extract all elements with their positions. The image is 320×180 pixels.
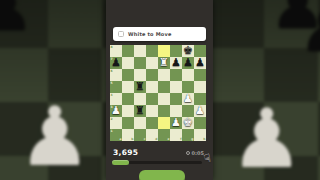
white-king[interactable]: ♚ <box>182 117 194 129</box>
square-h7[interactable]: ♟ <box>194 57 206 69</box>
square-d7[interactable] <box>146 57 158 69</box>
square-d2[interactable] <box>146 117 158 129</box>
square-e1[interactable]: e <box>158 129 170 141</box>
white-pawn[interactable]: ♟ <box>194 105 206 117</box>
square-b1[interactable]: b <box>122 129 134 141</box>
black-pawn[interactable]: ♟ <box>194 57 206 69</box>
hand-icon[interactable]: ☟ <box>203 152 212 164</box>
vertical-video-strip: White to Move 8♚7♟♜♟♟♟65♜4♟3♟♜♟2♟♚1abcde… <box>106 0 213 180</box>
square-c7[interactable] <box>134 57 146 69</box>
square-e6[interactable] <box>158 69 170 81</box>
square-b7[interactable] <box>122 57 134 69</box>
square-d4[interactable] <box>146 93 158 105</box>
square-f5[interactable] <box>170 81 182 93</box>
square-a6[interactable]: 6 <box>110 69 122 81</box>
square-a1[interactable]: 1a <box>110 129 122 141</box>
square-g1[interactable]: g <box>182 129 194 141</box>
square-a7[interactable]: 7♟ <box>110 57 122 69</box>
rank-label-1: 1 <box>111 130 113 133</box>
square-a2[interactable]: 2 <box>110 117 122 129</box>
square-h2[interactable] <box>194 117 206 129</box>
white-to-move-banner: White to Move <box>113 27 206 41</box>
background-black-piece-right-edge-icon: ♟ <box>298 0 320 62</box>
square-f4[interactable] <box>170 93 182 105</box>
square-a5[interactable]: 5 <box>110 81 122 93</box>
square-h5[interactable] <box>194 81 206 93</box>
square-c3[interactable]: ♜ <box>134 105 146 117</box>
square-h1[interactable]: h <box>194 129 206 141</box>
background-white-pawn-bottom-right-icon: ♟ <box>230 98 304 180</box>
square-g6[interactable] <box>182 69 194 81</box>
square-c1[interactable]: c <box>134 129 146 141</box>
rank-label-8: 8 <box>111 46 113 49</box>
black-pawn[interactable]: ♟ <box>182 57 194 69</box>
square-d5[interactable] <box>146 81 158 93</box>
progress-bar[interactable] <box>112 161 202 164</box>
square-f7[interactable]: ♟ <box>170 57 182 69</box>
square-b5[interactable] <box>122 81 134 93</box>
black-rook[interactable]: ♜ <box>134 81 146 93</box>
background-white-pawn-bottom-left-icon: ♟ <box>18 96 92 178</box>
clock-icon <box>186 151 190 155</box>
file-label-h: h <box>203 138 205 141</box>
square-b6[interactable] <box>122 69 134 81</box>
square-d8[interactable] <box>146 45 158 57</box>
square-e4[interactable] <box>158 93 170 105</box>
square-c5[interactable]: ♜ <box>134 81 146 93</box>
black-pawn[interactable]: ♟ <box>110 57 122 69</box>
square-d1[interactable]: d <box>146 129 158 141</box>
rank-label-2: 2 <box>111 118 113 121</box>
square-d3[interactable] <box>146 105 158 117</box>
square-f2[interactable]: ♟ <box>170 117 182 129</box>
square-e5[interactable] <box>158 81 170 93</box>
white-pawn[interactable]: ♟ <box>182 93 194 105</box>
square-g2[interactable]: ♚ <box>182 117 194 129</box>
rank-label-4: 4 <box>111 94 113 97</box>
square-g4[interactable]: ♟ <box>182 93 194 105</box>
background-black-pawn-top-left-icon: ♟ <box>0 0 34 40</box>
square-b2[interactable] <box>122 117 134 129</box>
rank-label-5: 5 <box>111 82 113 85</box>
black-pawn[interactable]: ♟ <box>170 57 182 69</box>
cta-button[interactable] <box>139 170 185 180</box>
square-d6[interactable] <box>146 69 158 81</box>
black-rook[interactable]: ♜ <box>134 105 146 117</box>
video-frame: ♟ ♟ ♟ ♟ ♟ White to Move 8♚7♟♜♟♟♟65♜4♟3♟♜… <box>0 0 320 180</box>
square-c8[interactable] <box>134 45 146 57</box>
score-value: 3,695 <box>113 148 138 157</box>
square-b3[interactable] <box>122 105 134 117</box>
timer: 0:05 <box>186 150 204 156</box>
square-h6[interactable] <box>194 69 206 81</box>
square-h3[interactable]: ♟ <box>194 105 206 117</box>
square-e3[interactable] <box>158 105 170 117</box>
square-e2[interactable] <box>158 117 170 129</box>
checkbox-icon[interactable] <box>118 31 124 37</box>
white-pawn[interactable]: ♟ <box>170 117 182 129</box>
square-b4[interactable] <box>122 93 134 105</box>
square-b8[interactable] <box>122 45 134 57</box>
square-g7[interactable]: ♟ <box>182 57 194 69</box>
square-f6[interactable] <box>170 69 182 81</box>
chess-board: 8♚7♟♜♟♟♟65♜4♟3♟♜♟2♟♚1abcdefgh <box>110 45 206 141</box>
square-e7[interactable]: ♜ <box>158 57 170 69</box>
white-rook[interactable]: ♜ <box>158 57 170 69</box>
progress-fill <box>112 160 129 165</box>
square-a3[interactable]: 3♟ <box>110 105 122 117</box>
banner-label: White to Move <box>128 31 172 37</box>
white-pawn[interactable]: ♟ <box>110 105 122 117</box>
square-c2[interactable] <box>134 117 146 129</box>
square-f1[interactable]: f <box>170 129 182 141</box>
rank-label-6: 6 <box>111 70 113 73</box>
